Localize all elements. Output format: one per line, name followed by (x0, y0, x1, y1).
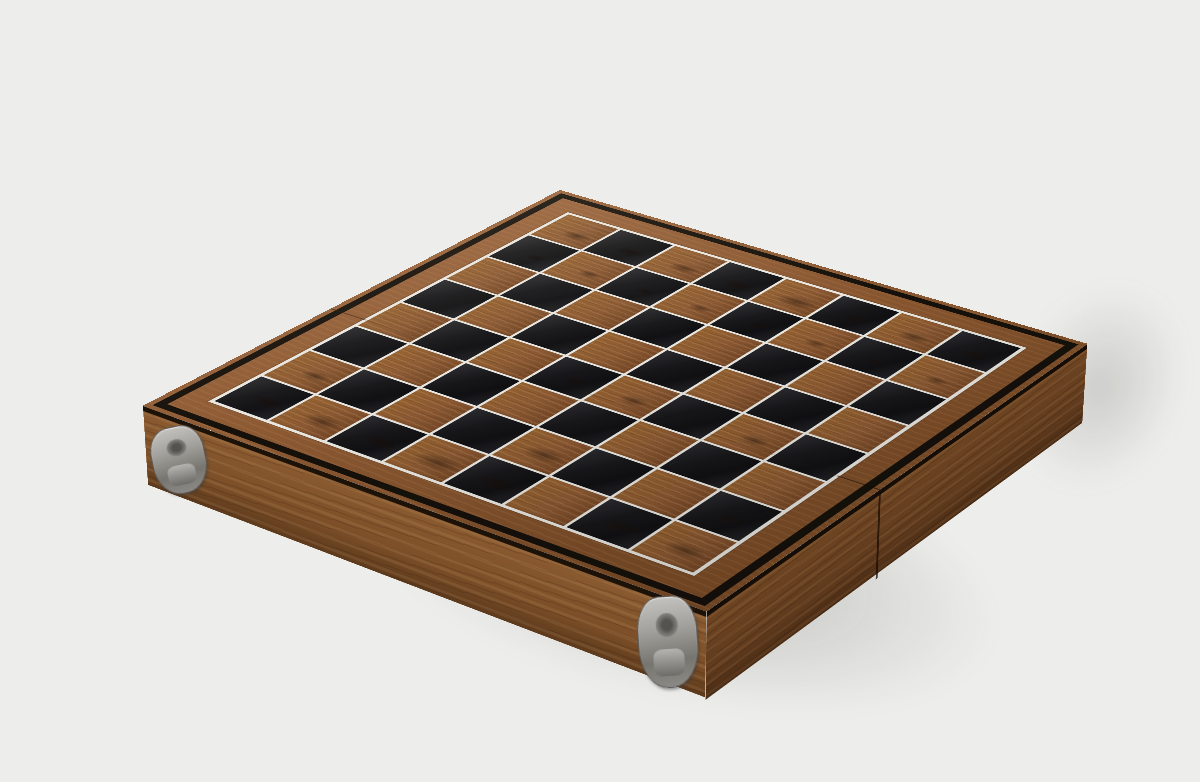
banner-flag-icon: ⚑ (266, 263, 310, 311)
photo-scene: ♜⚑♞♝♛♚♝♞♜♟♟♟♟♟♟♟♟♜⚑♞♝♛♚♞♜♟♝♟♟♟♟ (0, 0, 1200, 782)
chess-board-box: ♜⚑♞♝♛♚♝♞♜♟♟♟♟♟♟♟♟♜⚑♞♝♛♚♞♜♟♝♟♟♟♟ (143, 190, 1088, 611)
fold-seam-side (876, 494, 881, 579)
banner-flag-icon: ⚑ (575, 130, 609, 167)
pieces-layer: ♜⚑♞♝♛♚♝♞♜♟♟♟♟♟♟♟♟♜⚑♞♝♛♚♞♜♟♝♟♟♟♟ (143, 190, 1088, 611)
